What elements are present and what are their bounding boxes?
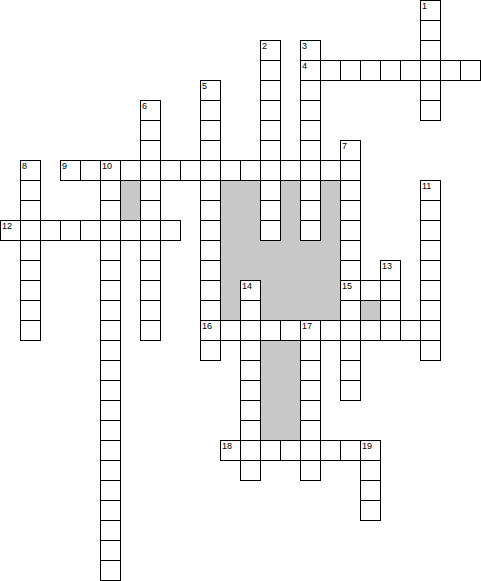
- crossword-cell[interactable]: [240, 320, 261, 341]
- crossword-cell[interactable]: [320, 320, 341, 341]
- shaded-void-region: [240, 200, 261, 221]
- crossword-cell[interactable]: [420, 340, 441, 361]
- shaded-void-region: [280, 420, 301, 441]
- crossword-cell[interactable]: [200, 140, 221, 161]
- crossword-cell[interactable]: [300, 360, 321, 381]
- crossword-cell[interactable]: [420, 240, 441, 261]
- crossword-cell[interactable]: [160, 220, 181, 241]
- shaded-void-region: [240, 180, 261, 201]
- shaded-void-region: [260, 300, 281, 321]
- crossword-cell[interactable]: [40, 220, 61, 241]
- crossword-cell[interactable]: [340, 180, 361, 201]
- crossword-cell[interactable]: [360, 480, 381, 501]
- crossword-cell[interactable]: [20, 200, 41, 221]
- crossword-cell[interactable]: [140, 220, 161, 241]
- shaded-void-region: [300, 240, 321, 261]
- crossword-cell[interactable]: [260, 120, 281, 141]
- crossword-cell[interactable]: [200, 80, 221, 101]
- crossword-cell[interactable]: [380, 280, 401, 301]
- shaded-void-region: [120, 200, 141, 221]
- crossword-cell[interactable]: [140, 280, 161, 301]
- crossword-cell[interactable]: [300, 40, 321, 61]
- shaded-void-region: [280, 360, 301, 381]
- crossword-cell[interactable]: [400, 60, 421, 81]
- shaded-void-region: [320, 240, 341, 261]
- crossword-cell[interactable]: [340, 440, 361, 461]
- crossword-cell[interactable]: [140, 300, 161, 321]
- crossword-cell[interactable]: [200, 160, 221, 181]
- crossword-cell[interactable]: [100, 180, 121, 201]
- crossword-cell[interactable]: [420, 40, 441, 61]
- crossword-board: 12345678910111213141516171819: [0, 0, 481, 581]
- crossword-cell[interactable]: [100, 200, 121, 221]
- shaded-void-region: [220, 220, 241, 241]
- shaded-void-region: [120, 180, 141, 201]
- crossword-cell[interactable]: [420, 320, 441, 341]
- crossword-cell[interactable]: [320, 160, 341, 181]
- crossword-cell[interactable]: [20, 240, 41, 261]
- crossword-cell[interactable]: [60, 160, 81, 181]
- shaded-void-region: [360, 300, 381, 321]
- shaded-void-region: [240, 260, 261, 281]
- shaded-void-region: [280, 400, 301, 421]
- crossword-cell[interactable]: [340, 300, 361, 321]
- crossword-cell[interactable]: [100, 160, 121, 181]
- crossword-cell[interactable]: [260, 200, 281, 221]
- crossword-cell[interactable]: [180, 160, 201, 181]
- crossword-cell[interactable]: [100, 480, 121, 501]
- crossword-cell[interactable]: [100, 420, 121, 441]
- crossword-cell[interactable]: [240, 380, 261, 401]
- crossword-cell[interactable]: [300, 60, 321, 81]
- crossword-cell[interactable]: [100, 320, 121, 341]
- crossword-cell[interactable]: [80, 160, 101, 181]
- shaded-void-region: [320, 260, 341, 281]
- crossword-cell[interactable]: [100, 260, 121, 281]
- crossword-cell[interactable]: [260, 40, 281, 61]
- crossword-cell[interactable]: [300, 200, 321, 221]
- crossword-cell[interactable]: [340, 380, 361, 401]
- crossword-cell[interactable]: [300, 120, 321, 141]
- crossword-cell[interactable]: [200, 280, 221, 301]
- crossword-cell[interactable]: [300, 100, 321, 121]
- crossword-cell[interactable]: [60, 220, 81, 241]
- crossword-cell[interactable]: [220, 160, 241, 181]
- shaded-void-region: [220, 280, 241, 301]
- crossword-cell[interactable]: [260, 80, 281, 101]
- crossword-cell[interactable]: [20, 160, 41, 181]
- crossword-cell[interactable]: [260, 60, 281, 81]
- crossword-cell[interactable]: [100, 360, 121, 381]
- crossword-cell[interactable]: [240, 360, 261, 381]
- shaded-void-region: [320, 200, 341, 221]
- shaded-void-region: [300, 300, 321, 321]
- crossword-cell[interactable]: [420, 100, 441, 121]
- crossword-cell[interactable]: [300, 220, 321, 241]
- crossword-cell[interactable]: [100, 380, 121, 401]
- crossword-cell[interactable]: [80, 220, 101, 241]
- crossword-cell[interactable]: [140, 180, 161, 201]
- shaded-void-region: [280, 380, 301, 401]
- crossword-cell[interactable]: [420, 220, 441, 241]
- shaded-void-region: [320, 300, 341, 321]
- crossword-cell[interactable]: [260, 180, 281, 201]
- crossword-cell[interactable]: [240, 460, 261, 481]
- crossword-cell[interactable]: [340, 200, 361, 221]
- crossword-cell[interactable]: [420, 200, 441, 221]
- crossword-cell[interactable]: [140, 240, 161, 261]
- crossword-cell[interactable]: [200, 240, 221, 261]
- crossword-cell[interactable]: [420, 280, 441, 301]
- crossword-cell[interactable]: [100, 540, 121, 561]
- crossword-cell[interactable]: [160, 160, 181, 181]
- crossword-cell[interactable]: [380, 260, 401, 281]
- crossword-cell[interactable]: [20, 300, 41, 321]
- crossword-cell[interactable]: [140, 120, 161, 141]
- crossword-cell[interactable]: [240, 420, 261, 441]
- crossword-cell[interactable]: [340, 260, 361, 281]
- crossword-cell[interactable]: [240, 280, 261, 301]
- shaded-void-region: [320, 220, 341, 241]
- crossword-cell[interactable]: [240, 300, 261, 321]
- crossword-cell[interactable]: [200, 260, 221, 281]
- crossword-cell[interactable]: [260, 160, 281, 181]
- crossword-cell[interactable]: [100, 460, 121, 481]
- crossword-cell[interactable]: [20, 260, 41, 281]
- crossword-cell[interactable]: [260, 100, 281, 121]
- crossword-cell[interactable]: [20, 180, 41, 201]
- shaded-void-region: [280, 180, 301, 201]
- crossword-cell[interactable]: [200, 320, 221, 341]
- crossword-cell[interactable]: [200, 120, 221, 141]
- shaded-void-region: [280, 280, 301, 301]
- crossword-cell[interactable]: [300, 440, 321, 461]
- crossword-cell[interactable]: [360, 440, 381, 461]
- shaded-void-region: [220, 200, 241, 221]
- shaded-void-region: [280, 340, 301, 361]
- crossword-cell[interactable]: [300, 160, 321, 181]
- crossword-cell[interactable]: [340, 240, 361, 261]
- crossword-cell[interactable]: [240, 160, 261, 181]
- crossword-cell[interactable]: [260, 440, 281, 461]
- crossword-cell[interactable]: [20, 220, 41, 241]
- shaded-void-region: [240, 220, 261, 241]
- crossword-cell[interactable]: [100, 240, 121, 261]
- crossword-cell[interactable]: [140, 160, 161, 181]
- crossword-cell[interactable]: [460, 60, 481, 81]
- crossword-cell[interactable]: [340, 60, 361, 81]
- shaded-void-region: [280, 240, 301, 261]
- shaded-void-region: [260, 340, 281, 361]
- crossword-cell[interactable]: [100, 520, 121, 541]
- crossword-cell[interactable]: [300, 320, 321, 341]
- crossword-cell[interactable]: [420, 300, 441, 321]
- crossword-cell[interactable]: [100, 400, 121, 421]
- crossword-cell[interactable]: [420, 20, 441, 41]
- crossword-cell[interactable]: [280, 320, 301, 341]
- shaded-void-region: [260, 280, 281, 301]
- crossword-cell[interactable]: [140, 260, 161, 281]
- crossword-cell[interactable]: [300, 140, 321, 161]
- shaded-void-region: [260, 240, 281, 261]
- crossword-cell[interactable]: [300, 180, 321, 201]
- crossword-cell[interactable]: [300, 420, 321, 441]
- crossword-cell[interactable]: [300, 80, 321, 101]
- shaded-void-region: [220, 260, 241, 281]
- crossword-cell[interactable]: [440, 60, 461, 81]
- crossword-cell[interactable]: [140, 320, 161, 341]
- crossword-cell[interactable]: [340, 160, 361, 181]
- crossword-cell[interactable]: [240, 340, 261, 361]
- crossword-cell[interactable]: [200, 200, 221, 221]
- crossword-cell[interactable]: [420, 60, 441, 81]
- crossword-cell[interactable]: [120, 160, 141, 181]
- crossword-cell[interactable]: [200, 340, 221, 361]
- crossword-cell[interactable]: [140, 100, 161, 121]
- crossword-cell[interactable]: [100, 220, 121, 241]
- crossword-cell[interactable]: [100, 500, 121, 521]
- crossword-cell[interactable]: [100, 340, 121, 361]
- shaded-void-region: [320, 280, 341, 301]
- crossword-cell[interactable]: [100, 300, 121, 321]
- shaded-void-region: [220, 300, 241, 321]
- crossword-cell[interactable]: [280, 160, 301, 181]
- crossword-cell[interactable]: [360, 460, 381, 481]
- shaded-void-region: [260, 360, 281, 381]
- crossword-cell[interactable]: [100, 440, 121, 461]
- crossword-cell[interactable]: [320, 60, 341, 81]
- crossword-cell[interactable]: [340, 360, 361, 381]
- crossword-cell[interactable]: [140, 200, 161, 221]
- crossword-cell[interactable]: [420, 260, 441, 281]
- crossword-cell[interactable]: [100, 560, 121, 581]
- shaded-void-region: [320, 180, 341, 201]
- crossword-cell[interactable]: [200, 220, 221, 241]
- crossword-cell[interactable]: [340, 140, 361, 161]
- shaded-void-region: [260, 380, 281, 401]
- crossword-cell[interactable]: [360, 500, 381, 521]
- crossword-cell[interactable]: [120, 220, 141, 241]
- crossword-cell[interactable]: [380, 300, 401, 321]
- crossword-cell[interactable]: [200, 100, 221, 121]
- crossword-cell[interactable]: [240, 440, 261, 461]
- crossword-cell[interactable]: [220, 440, 241, 461]
- crossword-cell[interactable]: [20, 320, 41, 341]
- crossword-cell[interactable]: [200, 300, 221, 321]
- shaded-void-region: [260, 400, 281, 421]
- crossword-cell[interactable]: [140, 140, 161, 161]
- crossword-cell[interactable]: [420, 80, 441, 101]
- crossword-cell[interactable]: [340, 320, 361, 341]
- crossword-cell[interactable]: [320, 440, 341, 461]
- shaded-void-region: [220, 240, 241, 261]
- shaded-void-region: [220, 180, 241, 201]
- crossword-cell[interactable]: [360, 320, 381, 341]
- shaded-void-region: [280, 300, 301, 321]
- shaded-void-region: [240, 240, 261, 261]
- crossword-cell[interactable]: [340, 280, 361, 301]
- crossword-cell[interactable]: [260, 140, 281, 161]
- crossword-cell[interactable]: [300, 340, 321, 361]
- crossword-cell[interactable]: [300, 380, 321, 401]
- crossword-cell[interactable]: [340, 220, 361, 241]
- crossword-cell[interactable]: [300, 400, 321, 421]
- crossword-cell[interactable]: [100, 280, 121, 301]
- crossword-cell[interactable]: [260, 220, 281, 241]
- shaded-void-region: [260, 420, 281, 441]
- crossword-cell[interactable]: [400, 320, 421, 341]
- crossword-cell[interactable]: [200, 180, 221, 201]
- crossword-cell[interactable]: [360, 280, 381, 301]
- crossword-cell[interactable]: [240, 400, 261, 421]
- crossword-cell[interactable]: [380, 320, 401, 341]
- crossword-cell[interactable]: [340, 340, 361, 361]
- crossword-cell[interactable]: [380, 60, 401, 81]
- shaded-void-region: [280, 200, 301, 221]
- crossword-cell[interactable]: [420, 0, 441, 21]
- crossword-cell[interactable]: [280, 440, 301, 461]
- shaded-void-region: [280, 260, 301, 281]
- crossword-cell[interactable]: [300, 460, 321, 481]
- shaded-void-region: [300, 280, 321, 301]
- shaded-void-region: [260, 260, 281, 281]
- shaded-void-region: [280, 220, 301, 241]
- crossword-cell[interactable]: [420, 180, 441, 201]
- shaded-void-region: [300, 260, 321, 281]
- crossword-cell[interactable]: [260, 320, 281, 341]
- crossword-cell[interactable]: [0, 220, 21, 241]
- crossword-cell[interactable]: [20, 280, 41, 301]
- crossword-cell[interactable]: [220, 320, 241, 341]
- crossword-cell[interactable]: [360, 60, 381, 81]
